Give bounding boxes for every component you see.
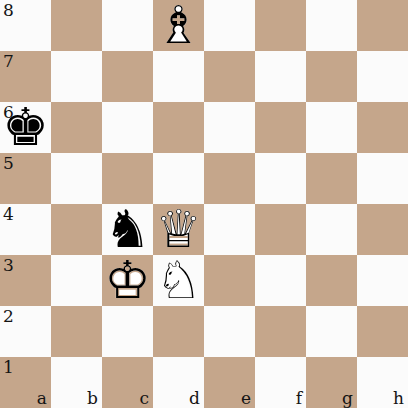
- square-g3[interactable]: [306, 255, 357, 306]
- square-e4[interactable]: [204, 204, 255, 255]
- chess-board: ♝♗♚♞♛♕♚♔♞♘87654321abcdefgh: [0, 0, 408, 408]
- square-f8[interactable]: [255, 0, 306, 51]
- square-d2[interactable]: [153, 306, 204, 357]
- square-h2[interactable]: [357, 306, 408, 357]
- square-f3[interactable]: [255, 255, 306, 306]
- chess-board-container: ♝♗♚♞♛♕♚♔♞♘87654321abcdefgh: [0, 0, 408, 408]
- square-c5[interactable]: [102, 153, 153, 204]
- white-bishop-outline: ♗: [153, 0, 204, 51]
- square-g6[interactable]: [306, 102, 357, 153]
- square-h5[interactable]: [357, 153, 408, 204]
- square-e8[interactable]: [204, 0, 255, 51]
- white-knight-outline: ♘: [153, 255, 204, 306]
- square-f7[interactable]: [255, 51, 306, 102]
- square-a3[interactable]: [0, 255, 51, 306]
- white-king-c3[interactable]: ♚♔: [102, 255, 153, 306]
- square-a1[interactable]: [0, 357, 51, 408]
- square-e7[interactable]: [204, 51, 255, 102]
- square-a4[interactable]: [0, 204, 51, 255]
- square-f4[interactable]: [255, 204, 306, 255]
- square-a6[interactable]: ♚: [0, 102, 51, 153]
- white-queen-outline: ♕: [153, 204, 204, 255]
- square-e3[interactable]: [204, 255, 255, 306]
- square-h7[interactable]: [357, 51, 408, 102]
- square-a7[interactable]: [0, 51, 51, 102]
- square-h1[interactable]: [357, 357, 408, 408]
- square-a2[interactable]: [0, 306, 51, 357]
- square-c1[interactable]: [102, 357, 153, 408]
- square-d5[interactable]: [153, 153, 204, 204]
- square-c4[interactable]: ♞: [102, 204, 153, 255]
- square-b4[interactable]: [51, 204, 102, 255]
- square-a5[interactable]: [0, 153, 51, 204]
- square-b5[interactable]: [51, 153, 102, 204]
- square-d4[interactable]: ♛♕: [153, 204, 204, 255]
- square-g5[interactable]: [306, 153, 357, 204]
- square-d3[interactable]: ♞♘: [153, 255, 204, 306]
- square-h4[interactable]: [357, 204, 408, 255]
- square-d7[interactable]: [153, 51, 204, 102]
- square-b2[interactable]: [51, 306, 102, 357]
- white-queen-d4[interactable]: ♛♕: [153, 204, 204, 255]
- square-b8[interactable]: [51, 0, 102, 51]
- square-h8[interactable]: [357, 0, 408, 51]
- square-g8[interactable]: [306, 0, 357, 51]
- white-knight-d3[interactable]: ♞♘: [153, 255, 204, 306]
- square-d8[interactable]: ♝♗: [153, 0, 204, 51]
- square-a8[interactable]: [0, 0, 51, 51]
- square-f5[interactable]: [255, 153, 306, 204]
- square-g2[interactable]: [306, 306, 357, 357]
- black-knight-c4[interactable]: ♞: [102, 204, 153, 255]
- square-d6[interactable]: [153, 102, 204, 153]
- square-b6[interactable]: [51, 102, 102, 153]
- square-c3[interactable]: ♚♔: [102, 255, 153, 306]
- square-b3[interactable]: [51, 255, 102, 306]
- black-king-a6[interactable]: ♚: [0, 102, 51, 153]
- square-g4[interactable]: [306, 204, 357, 255]
- square-e1[interactable]: [204, 357, 255, 408]
- white-bishop-d8[interactable]: ♝♗: [153, 0, 204, 51]
- square-h6[interactable]: [357, 102, 408, 153]
- square-g7[interactable]: [306, 51, 357, 102]
- square-e6[interactable]: [204, 102, 255, 153]
- square-h3[interactable]: [357, 255, 408, 306]
- square-e5[interactable]: [204, 153, 255, 204]
- square-g1[interactable]: [306, 357, 357, 408]
- square-d1[interactable]: [153, 357, 204, 408]
- square-c2[interactable]: [102, 306, 153, 357]
- white-king-outline: ♔: [102, 255, 153, 306]
- square-f1[interactable]: [255, 357, 306, 408]
- square-f2[interactable]: [255, 306, 306, 357]
- square-b7[interactable]: [51, 51, 102, 102]
- square-c8[interactable]: [102, 0, 153, 51]
- square-b1[interactable]: [51, 357, 102, 408]
- square-f6[interactable]: [255, 102, 306, 153]
- square-e2[interactable]: [204, 306, 255, 357]
- square-c7[interactable]: [102, 51, 153, 102]
- square-c6[interactable]: [102, 102, 153, 153]
